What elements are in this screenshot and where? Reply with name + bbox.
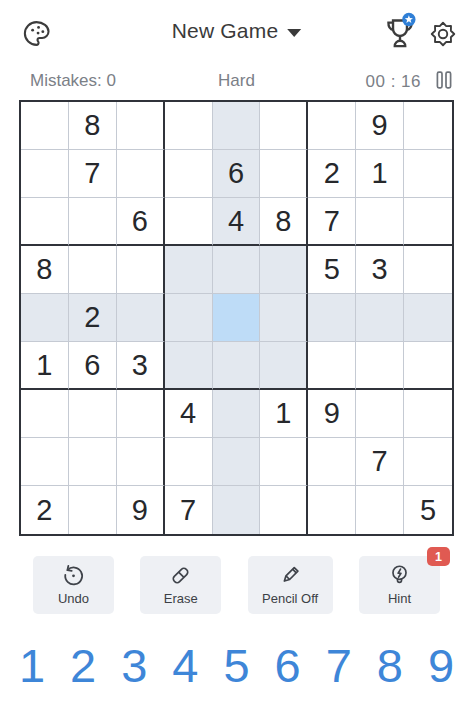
cell-r4c4[interactable] (165, 246, 213, 294)
cell-r3c6[interactable]: 8 (260, 198, 308, 246)
cell-r8c4[interactable] (165, 438, 213, 486)
cell-r6c8[interactable] (356, 342, 404, 390)
timer-label: 00 : 16 (366, 72, 422, 92)
hint-count-badge: 1 (427, 547, 450, 566)
cell-r8c5[interactable] (213, 438, 261, 486)
mistakes-counter: Mistakes: 0 (30, 71, 116, 91)
cell-r1c5[interactable] (213, 102, 261, 150)
cell-r5c1[interactable] (21, 294, 69, 342)
settings-button[interactable] (426, 17, 459, 50)
cell-r9c1[interactable]: 2 (21, 486, 69, 534)
status-bar: Mistakes: 0 Hard 00 : 16 (0, 68, 473, 94)
cell-r3c7[interactable]: 7 (308, 198, 356, 246)
cell-r4c9[interactable] (404, 246, 452, 294)
cell-r3c5[interactable]: 4 (213, 198, 261, 246)
cell-r1c8[interactable]: 9 (356, 102, 404, 150)
pause-button[interactable] (432, 68, 456, 92)
cell-r3c4[interactable] (165, 198, 213, 246)
trophy-star-icon (381, 12, 419, 52)
undo-button[interactable]: Undo (33, 556, 114, 614)
new-game-button[interactable]: New Game (172, 19, 302, 43)
difficulty-label: Hard (218, 71, 255, 91)
theme-palette-button[interactable] (19, 16, 53, 50)
cell-r4c8[interactable]: 3 (356, 246, 404, 294)
cell-r4c2[interactable] (69, 246, 117, 294)
pause-icon (432, 68, 456, 92)
cell-r7c6[interactable]: 1 (260, 390, 308, 438)
pencil-toggle-button[interactable]: Pencil Off (248, 556, 333, 614)
erase-label: Erase (164, 591, 198, 606)
cell-r2c4[interactable] (165, 150, 213, 198)
cell-r3c1[interactable] (21, 198, 69, 246)
erase-button[interactable]: Erase (140, 556, 221, 614)
cell-r6c6[interactable] (260, 342, 308, 390)
numpad-2[interactable]: 2 (69, 642, 97, 689)
cell-r9c9[interactable]: 5 (404, 486, 452, 534)
cell-r1c6[interactable] (260, 102, 308, 150)
cell-r6c3[interactable]: 3 (117, 342, 165, 390)
undo-icon (60, 562, 87, 589)
cell-r5c9[interactable] (404, 294, 452, 342)
hint-label: Hint (388, 591, 411, 606)
pencil-label: Pencil Off (262, 591, 318, 606)
cell-r1c2[interactable]: 8 (69, 102, 117, 150)
cell-r9c5[interactable] (213, 486, 261, 534)
numpad-5[interactable]: 5 (223, 642, 251, 689)
numpad-9[interactable]: 9 (427, 642, 455, 689)
cell-r6c4[interactable] (165, 342, 213, 390)
cell-r8c7[interactable] (308, 438, 356, 486)
cell-r2c1[interactable] (21, 150, 69, 198)
cell-r8c9[interactable] (404, 438, 452, 486)
numpad: 123456789 (18, 632, 455, 698)
cell-r3c8[interactable] (356, 198, 404, 246)
cell-r2c2[interactable]: 7 (69, 150, 117, 198)
eraser-icon (167, 562, 194, 589)
cell-r9c8[interactable] (356, 486, 404, 534)
trophy-button[interactable] (381, 12, 419, 52)
cell-r7c9[interactable] (404, 390, 452, 438)
cell-r2c9[interactable] (404, 150, 452, 198)
chevron-down-icon (287, 29, 301, 37)
cell-r1c7[interactable] (308, 102, 356, 150)
cell-r3c2[interactable] (69, 198, 117, 246)
cell-r4c1[interactable]: 8 (21, 246, 69, 294)
cell-r6c5[interactable] (213, 342, 261, 390)
hint-button[interactable]: Hint 1 (359, 556, 440, 614)
cell-r1c1[interactable] (21, 102, 69, 150)
cell-r5c7[interactable] (308, 294, 356, 342)
sudoku-grid: 8976216487853216341972975 (19, 100, 454, 536)
cell-r7c8[interactable] (356, 390, 404, 438)
cell-r9c6[interactable] (260, 486, 308, 534)
cell-r9c3[interactable]: 9 (117, 486, 165, 534)
cell-r5c2[interactable]: 2 (69, 294, 117, 342)
cell-r6c1[interactable]: 1 (21, 342, 69, 390)
numpad-4[interactable]: 4 (171, 642, 199, 689)
cell-r5c8[interactable] (356, 294, 404, 342)
cell-r9c4[interactable]: 7 (165, 486, 213, 534)
cell-r9c2[interactable] (69, 486, 117, 534)
cell-r5c6[interactable] (260, 294, 308, 342)
hint-bulb-icon (386, 562, 413, 589)
numpad-8[interactable]: 8 (376, 642, 404, 689)
cell-r1c9[interactable] (404, 102, 452, 150)
cell-r2c5[interactable]: 6 (213, 150, 261, 198)
cell-r9c7[interactable] (308, 486, 356, 534)
cell-r7c1[interactable] (21, 390, 69, 438)
cell-r1c3[interactable] (117, 102, 165, 150)
cell-r4c3[interactable] (117, 246, 165, 294)
numpad-7[interactable]: 7 (325, 642, 353, 689)
cell-r7c4[interactable]: 4 (165, 390, 213, 438)
cell-r3c3[interactable]: 6 (117, 198, 165, 246)
gear-icon (428, 19, 458, 49)
cell-r6c2[interactable]: 6 (69, 342, 117, 390)
cell-r2c3[interactable] (117, 150, 165, 198)
cell-r8c3[interactable] (117, 438, 165, 486)
numpad-3[interactable]: 3 (120, 642, 148, 689)
toolbar: Undo Erase Pencil Off (33, 556, 440, 614)
cell-r8c8[interactable]: 7 (356, 438, 404, 486)
cell-r5c3[interactable] (117, 294, 165, 342)
cell-r4c5[interactable] (213, 246, 261, 294)
cell-r4c7[interactable]: 5 (308, 246, 356, 294)
cell-r3c9[interactable] (404, 198, 452, 246)
cell-r8c6[interactable] (260, 438, 308, 486)
page-title: New Game (172, 19, 279, 43)
mistakes-value: 0 (107, 71, 116, 90)
cell-r8c2[interactable] (69, 438, 117, 486)
cell-r7c5[interactable] (213, 390, 261, 438)
cell-r8c1[interactable] (21, 438, 69, 486)
cell-r7c2[interactable] (69, 390, 117, 438)
palette-icon (21, 18, 52, 49)
cell-r2c8[interactable]: 1 (356, 150, 404, 198)
cell-r5c4[interactable] (165, 294, 213, 342)
header: New Game (0, 0, 473, 52)
cell-r1c4[interactable] (165, 102, 213, 150)
cell-r6c7[interactable] (308, 342, 356, 390)
cell-r7c7[interactable]: 9 (308, 390, 356, 438)
pencil-icon (277, 562, 304, 589)
cell-r7c3[interactable] (117, 390, 165, 438)
cell-r5c5[interactable] (213, 294, 261, 342)
numpad-6[interactable]: 6 (274, 642, 302, 689)
cell-r2c7[interactable]: 2 (308, 150, 356, 198)
cell-r4c6[interactable] (260, 246, 308, 294)
cell-r2c6[interactable] (260, 150, 308, 198)
cell-r6c9[interactable] (404, 342, 452, 390)
numpad-1[interactable]: 1 (18, 642, 46, 689)
undo-label: Undo (58, 591, 89, 606)
